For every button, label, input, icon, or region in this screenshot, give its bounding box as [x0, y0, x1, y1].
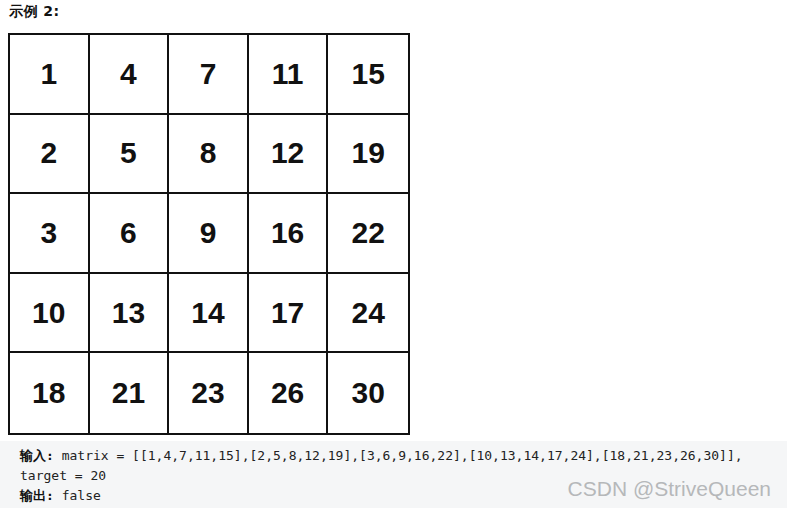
- matrix-cell-r3c3: 17: [249, 274, 329, 354]
- matrix-cell-r2c0: 3: [10, 194, 90, 274]
- matrix-cell-r2c4: 22: [328, 194, 408, 274]
- input-line: 输入: matrix = [[1,4,7,11,15],[2,5,8,12,19…: [20, 446, 787, 466]
- matrix-cell-r1c1: 5: [90, 115, 170, 195]
- matrix-cell-r3c1: 13: [90, 274, 170, 354]
- matrix-cell-r1c0: 2: [10, 115, 90, 195]
- matrix-cell-r1c3: 12: [249, 115, 329, 195]
- matrix-cell-r2c2: 9: [169, 194, 249, 274]
- matrix-cell-r0c0: 1: [10, 35, 90, 115]
- matrix-cell-r0c3: 11: [249, 35, 329, 115]
- matrix-cell-r3c4: 24: [328, 274, 408, 354]
- matrix-cell-r4c1: 21: [90, 353, 170, 433]
- input-label: 输入:: [20, 448, 54, 463]
- output-value: false: [54, 488, 101, 503]
- matrix-cell-r3c0: 10: [10, 274, 90, 354]
- matrix-cell-r1c4: 19: [328, 115, 408, 195]
- matrix-cell-r2c1: 6: [90, 194, 170, 274]
- matrix-cell-r3c2: 14: [169, 274, 249, 354]
- matrix-cell-r0c2: 7: [169, 35, 249, 115]
- matrix-grid: 1 4 7 11 15 2 5 8 12 19 3 6 9 16 22 10 1…: [8, 33, 410, 435]
- example-label: 示例 2:: [9, 3, 60, 21]
- matrix-cell-r4c0: 18: [10, 353, 90, 433]
- matrix-cell-r0c4: 15: [328, 35, 408, 115]
- matrix-cell-r4c2: 23: [169, 353, 249, 433]
- matrix-cell-r4c3: 26: [249, 353, 329, 433]
- matrix-cell-r2c3: 16: [249, 194, 329, 274]
- input-matrix-value: matrix = [[1,4,7,11,15],[2,5,8,12,19],[3…: [54, 448, 743, 463]
- csdn-watermark: CSDN @StriveQueen: [568, 477, 771, 501]
- matrix-cell-r0c1: 4: [90, 35, 170, 115]
- matrix-cell-r4c4: 30: [328, 353, 408, 433]
- matrix-cell-r1c2: 8: [169, 115, 249, 195]
- output-label: 输出:: [20, 488, 54, 503]
- page: 示例 2: 1 4 7 11 15 2 5 8 12 19 3 6 9 16 2…: [0, 0, 787, 508]
